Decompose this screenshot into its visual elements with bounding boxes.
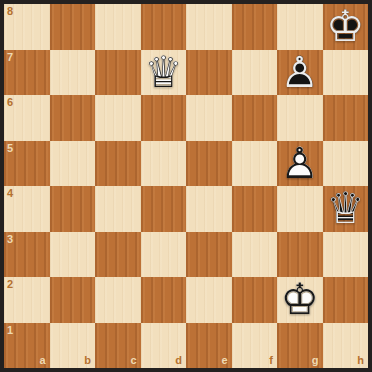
square-h6[interactable] bbox=[323, 95, 369, 141]
piece-black-pawn[interactable]: ♟♙ bbox=[277, 50, 323, 96]
rank-label-3: 3 bbox=[7, 234, 13, 245]
square-a6[interactable]: 6 bbox=[4, 95, 50, 141]
rank-label-6: 6 bbox=[7, 97, 13, 108]
square-b7[interactable] bbox=[50, 50, 96, 96]
black-pawn-outline-glyph: ♙ bbox=[277, 50, 323, 96]
rank-label-2: 2 bbox=[7, 279, 13, 290]
square-d8[interactable] bbox=[141, 4, 187, 50]
rank-label-5: 5 bbox=[7, 143, 13, 154]
square-b4[interactable] bbox=[50, 186, 96, 232]
square-e6[interactable] bbox=[186, 95, 232, 141]
square-d5[interactable] bbox=[141, 141, 187, 187]
square-g7[interactable]: ♟♙ bbox=[277, 50, 323, 96]
file-label-h: h bbox=[357, 355, 364, 366]
square-c7[interactable] bbox=[95, 50, 141, 96]
square-c2[interactable] bbox=[95, 277, 141, 323]
square-a1[interactable]: 1a bbox=[4, 323, 50, 369]
square-d2[interactable] bbox=[141, 277, 187, 323]
square-c3[interactable] bbox=[95, 232, 141, 278]
square-h3[interactable] bbox=[323, 232, 369, 278]
piece-white-pawn[interactable]: ♟♙ bbox=[277, 141, 323, 187]
square-b1[interactable]: b bbox=[50, 323, 96, 369]
square-f3[interactable] bbox=[232, 232, 278, 278]
square-e1[interactable]: e bbox=[186, 323, 232, 369]
square-d6[interactable] bbox=[141, 95, 187, 141]
white-pawn-outline-glyph: ♙ bbox=[277, 141, 323, 187]
square-a4[interactable]: 4 bbox=[4, 186, 50, 232]
square-g8[interactable] bbox=[277, 4, 323, 50]
square-c5[interactable] bbox=[95, 141, 141, 187]
square-c8[interactable] bbox=[95, 4, 141, 50]
file-label-g: g bbox=[312, 355, 319, 366]
square-g4[interactable] bbox=[277, 186, 323, 232]
chessboard: 8♚♔7♛♕♟♙65♟♙4♛♕32♚♔1abcdefgh bbox=[4, 4, 368, 368]
square-f6[interactable] bbox=[232, 95, 278, 141]
black-queen-outline-glyph: ♕ bbox=[323, 186, 369, 232]
square-e3[interactable] bbox=[186, 232, 232, 278]
file-label-d: d bbox=[175, 355, 182, 366]
square-b2[interactable] bbox=[50, 277, 96, 323]
square-h1[interactable]: h bbox=[323, 323, 369, 369]
square-g5[interactable]: ♟♙ bbox=[277, 141, 323, 187]
square-a2[interactable]: 2 bbox=[4, 277, 50, 323]
square-h2[interactable] bbox=[323, 277, 369, 323]
square-d1[interactable]: d bbox=[141, 323, 187, 369]
square-h4[interactable]: ♛♕ bbox=[323, 186, 369, 232]
rank-label-7: 7 bbox=[7, 52, 13, 63]
square-g1[interactable]: g bbox=[277, 323, 323, 369]
file-label-e: e bbox=[221, 355, 227, 366]
square-h5[interactable] bbox=[323, 141, 369, 187]
square-e8[interactable] bbox=[186, 4, 232, 50]
black-king-outline-glyph: ♔ bbox=[323, 4, 369, 50]
square-f8[interactable] bbox=[232, 4, 278, 50]
square-b8[interactable] bbox=[50, 4, 96, 50]
square-e4[interactable] bbox=[186, 186, 232, 232]
square-c6[interactable] bbox=[95, 95, 141, 141]
square-g3[interactable] bbox=[277, 232, 323, 278]
piece-white-king[interactable]: ♚♔ bbox=[277, 277, 323, 323]
square-a7[interactable]: 7 bbox=[4, 50, 50, 96]
square-e5[interactable] bbox=[186, 141, 232, 187]
file-label-a: a bbox=[39, 355, 45, 366]
file-label-f: f bbox=[269, 355, 273, 366]
white-queen-outline-glyph: ♕ bbox=[141, 50, 187, 96]
square-b3[interactable] bbox=[50, 232, 96, 278]
square-h7[interactable] bbox=[323, 50, 369, 96]
piece-black-king[interactable]: ♚♔ bbox=[323, 4, 369, 50]
square-a8[interactable]: 8 bbox=[4, 4, 50, 50]
rank-label-4: 4 bbox=[7, 188, 13, 199]
square-f5[interactable] bbox=[232, 141, 278, 187]
square-f2[interactable] bbox=[232, 277, 278, 323]
square-d4[interactable] bbox=[141, 186, 187, 232]
square-e2[interactable] bbox=[186, 277, 232, 323]
rank-label-1: 1 bbox=[7, 325, 13, 336]
square-h8[interactable]: ♚♔ bbox=[323, 4, 369, 50]
square-b5[interactable] bbox=[50, 141, 96, 187]
square-e7[interactable] bbox=[186, 50, 232, 96]
square-c1[interactable]: c bbox=[95, 323, 141, 369]
square-d3[interactable] bbox=[141, 232, 187, 278]
square-a5[interactable]: 5 bbox=[4, 141, 50, 187]
square-c4[interactable] bbox=[95, 186, 141, 232]
board-frame: 8♚♔7♛♕♟♙65♟♙4♛♕32♚♔1abcdefgh bbox=[0, 0, 372, 372]
piece-black-queen[interactable]: ♛♕ bbox=[323, 186, 369, 232]
square-g6[interactable] bbox=[277, 95, 323, 141]
square-d7[interactable]: ♛♕ bbox=[141, 50, 187, 96]
rank-label-8: 8 bbox=[7, 6, 13, 17]
square-a3[interactable]: 3 bbox=[4, 232, 50, 278]
square-g2[interactable]: ♚♔ bbox=[277, 277, 323, 323]
square-f7[interactable] bbox=[232, 50, 278, 96]
square-f1[interactable]: f bbox=[232, 323, 278, 369]
square-f4[interactable] bbox=[232, 186, 278, 232]
file-label-c: c bbox=[130, 355, 136, 366]
square-b6[interactable] bbox=[50, 95, 96, 141]
piece-white-queen[interactable]: ♛♕ bbox=[141, 50, 187, 96]
white-king-outline-glyph: ♔ bbox=[277, 277, 323, 323]
file-label-b: b bbox=[84, 355, 91, 366]
